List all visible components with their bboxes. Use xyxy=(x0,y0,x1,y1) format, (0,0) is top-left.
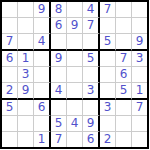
cell-r7c2-empty[interactable] xyxy=(18,100,34,116)
cell-r3c2-empty[interactable] xyxy=(18,34,34,51)
cell-r5c5-empty[interactable] xyxy=(67,67,83,83)
cell-r5c1-empty[interactable] xyxy=(2,67,18,83)
board-row-5: 36 xyxy=(2,67,147,83)
cell-r3c8-empty[interactable] xyxy=(116,34,132,51)
cell-r2c2-empty[interactable] xyxy=(18,18,34,34)
cell-r3c7-given[interactable]: 5 xyxy=(100,34,116,51)
cell-r8c1-empty[interactable] xyxy=(2,116,18,132)
cell-r1c2-empty[interactable] xyxy=(18,2,34,18)
cell-r5c4-empty[interactable] xyxy=(51,67,67,83)
cell-r6c2-given[interactable]: 9 xyxy=(18,83,34,100)
cell-r7c7-given[interactable]: 3 xyxy=(100,100,116,116)
cell-r8c8-empty[interactable] xyxy=(116,116,132,132)
cell-r9c2-empty[interactable] xyxy=(18,132,34,147)
cell-r1c9-empty[interactable] xyxy=(132,2,147,18)
cell-r8c5-given[interactable]: 4 xyxy=(67,116,83,132)
cell-r2c8-empty[interactable] xyxy=(116,18,132,34)
cell-r6c3-empty[interactable] xyxy=(34,83,51,100)
cell-r1c4-given[interactable]: 8 xyxy=(51,2,67,18)
cell-r2c1-empty[interactable] xyxy=(2,18,18,34)
cell-r5c7-empty[interactable] xyxy=(100,67,116,83)
cell-r2c3-empty[interactable] xyxy=(34,18,51,34)
board-row-1: 9847 xyxy=(2,2,147,18)
cell-r1c1-empty[interactable] xyxy=(2,2,18,18)
cell-r1c6-given[interactable]: 4 xyxy=(83,2,100,18)
cell-r7c5-empty[interactable] xyxy=(67,100,83,116)
cell-r6c7-empty[interactable] xyxy=(100,83,116,100)
cell-r4c2-given[interactable]: 1 xyxy=(18,51,34,67)
cell-r5c3-empty[interactable] xyxy=(34,67,51,83)
cell-r4c9-given[interactable]: 3 xyxy=(132,51,147,67)
cell-r7c9-given[interactable]: 7 xyxy=(132,100,147,116)
board-row-4: 619573 xyxy=(2,51,147,67)
board-row-3: 7459 xyxy=(2,34,147,51)
cell-r9c3-given[interactable]: 1 xyxy=(34,132,51,147)
cell-r3c6-empty[interactable] xyxy=(83,34,100,51)
cell-r8c2-empty[interactable] xyxy=(18,116,34,132)
cell-r8c3-empty[interactable] xyxy=(34,116,51,132)
cell-r2c4-given[interactable]: 6 xyxy=(51,18,67,34)
cell-r6c6-given[interactable]: 3 xyxy=(83,83,100,100)
cell-r4c8-given[interactable]: 7 xyxy=(116,51,132,67)
cell-r5c6-empty[interactable] xyxy=(83,67,100,83)
cell-r2c9-empty[interactable] xyxy=(132,18,147,34)
cell-r4c7-empty[interactable] xyxy=(100,51,116,67)
cell-r7c6-empty[interactable] xyxy=(83,100,100,116)
cell-r3c3-given[interactable]: 4 xyxy=(34,34,51,51)
cell-r8c6-given[interactable]: 9 xyxy=(83,116,100,132)
board-row-7: 5637 xyxy=(2,100,147,116)
cell-r6c9-given[interactable]: 1 xyxy=(132,83,147,100)
cell-r1c3-given[interactable]: 9 xyxy=(34,2,51,18)
cell-r6c4-given[interactable]: 4 xyxy=(51,83,67,100)
cell-r4c5-empty[interactable] xyxy=(67,51,83,67)
cell-r5c2-given[interactable]: 3 xyxy=(18,67,34,83)
cell-r7c3-given[interactable]: 6 xyxy=(34,100,51,116)
cell-r9c8-empty[interactable] xyxy=(116,132,132,147)
board-row-6: 294351 xyxy=(2,83,147,100)
cell-r3c5-empty[interactable] xyxy=(67,34,83,51)
cell-r9c4-given[interactable]: 7 xyxy=(51,132,67,147)
cell-r3c1-given[interactable]: 7 xyxy=(2,34,18,51)
cell-r3c9-given[interactable]: 9 xyxy=(132,34,147,51)
board-row-2: 697 xyxy=(2,18,147,34)
cell-r2c6-given[interactable]: 7 xyxy=(83,18,100,34)
cell-r6c5-empty[interactable] xyxy=(67,83,83,100)
cell-r7c1-given[interactable]: 5 xyxy=(2,100,18,116)
cell-r9c9-empty[interactable] xyxy=(132,132,147,147)
cell-r2c7-empty[interactable] xyxy=(100,18,116,34)
cell-r3c4-empty[interactable] xyxy=(51,34,67,51)
cell-r6c1-given[interactable]: 2 xyxy=(2,83,18,100)
cell-r4c1-given[interactable]: 6 xyxy=(2,51,18,67)
cell-r5c8-given[interactable]: 6 xyxy=(116,67,132,83)
cell-r4c3-empty[interactable] xyxy=(34,51,51,67)
cell-r1c7-given[interactable]: 7 xyxy=(100,2,116,18)
cell-r8c9-empty[interactable] xyxy=(132,116,147,132)
board-row-8: 549 xyxy=(2,116,147,132)
cell-r1c5-empty[interactable] xyxy=(67,2,83,18)
cell-r4c6-given[interactable]: 5 xyxy=(83,51,100,67)
cell-r6c8-given[interactable]: 5 xyxy=(116,83,132,100)
cell-r8c4-given[interactable]: 5 xyxy=(51,116,67,132)
cell-r8c7-empty[interactable] xyxy=(100,116,116,132)
cell-r9c6-given[interactable]: 6 xyxy=(83,132,100,147)
board-row-9: 1762 xyxy=(2,132,147,147)
sudoku-board: 984769774596195733629435156375491762 xyxy=(0,0,149,149)
cell-r9c7-given[interactable]: 2 xyxy=(100,132,116,147)
cell-r7c8-empty[interactable] xyxy=(116,100,132,116)
cell-r4c4-given[interactable]: 9 xyxy=(51,51,67,67)
cell-r9c5-empty[interactable] xyxy=(67,132,83,147)
cell-r1c8-empty[interactable] xyxy=(116,2,132,18)
cell-r5c9-empty[interactable] xyxy=(132,67,147,83)
cell-r2c5-given[interactable]: 9 xyxy=(67,18,83,34)
cell-r9c1-empty[interactable] xyxy=(2,132,18,147)
cell-r7c4-empty[interactable] xyxy=(51,100,67,116)
